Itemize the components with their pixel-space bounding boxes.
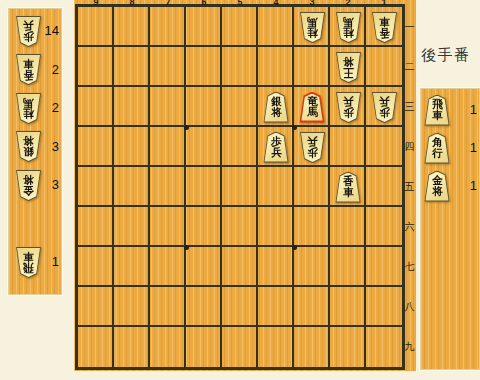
sente-hand-stand: 飛車1角行1金将1 <box>420 88 480 370</box>
board-square-99[interactable] <box>78 327 114 367</box>
file-label-8: 8 <box>114 0 150 7</box>
piece-sente-pawn[interactable]: 歩兵 <box>263 132 290 163</box>
piece-body: 歩兵 <box>299 132 326 163</box>
board-square-77[interactable] <box>150 247 186 287</box>
piece-face: 飛車 <box>16 248 41 277</box>
board-square-57[interactable] <box>222 247 258 287</box>
piece-kanji-top: 王 <box>343 67 354 78</box>
piece-body: 歩兵 <box>15 16 42 47</box>
piece-kanji-top: 歩 <box>379 107 390 118</box>
piece-face: 香車 <box>336 173 361 202</box>
piece-sente-silver[interactable]: 銀将 <box>263 92 290 123</box>
file-label-3: 3 <box>294 0 330 7</box>
piece-face: 角行 <box>425 134 450 163</box>
board-square-94[interactable] <box>78 127 114 167</box>
piece-body: 桂馬 <box>15 93 42 124</box>
board-square-68[interactable] <box>186 287 222 327</box>
board-square-59[interactable] <box>222 327 258 367</box>
board-square-96[interactable] <box>78 207 114 247</box>
board-square-12[interactable] <box>366 47 402 87</box>
gote-hand-stand: 歩兵14香車2桂馬2銀将3金将3飛車1 <box>8 8 62 295</box>
piece-sente-bishop[interactable]: 角行 <box>424 133 451 164</box>
shogi-app: 歩兵14香車2桂馬2銀将3金将3飛車1 後手番 飛車1角行1金将1 987654… <box>0 0 480 380</box>
piece-face: 桂馬 <box>336 13 361 42</box>
sente-hand-count-gold: 1 <box>457 178 477 193</box>
file-label-4: 4 <box>258 0 294 7</box>
piece-body: 竜馬 <box>299 92 326 123</box>
file-label-9: 9 <box>78 0 114 7</box>
board-square-87[interactable] <box>114 247 150 287</box>
board-square-51[interactable] <box>222 7 258 47</box>
piece-kanji-top: 金 <box>23 185 34 196</box>
piece-gote-pawn[interactable]: 歩兵 <box>335 92 362 123</box>
board-square-82[interactable] <box>114 47 150 87</box>
piece-face: 歩兵 <box>264 133 289 162</box>
board-square-49[interactable] <box>258 327 294 367</box>
board-square-74[interactable] <box>150 127 186 167</box>
file-label-2: 2 <box>330 0 366 7</box>
piece-body: 銀将 <box>15 131 42 162</box>
piece-kanji-top: 桂 <box>23 108 34 119</box>
board-square-18[interactable] <box>366 287 402 327</box>
gote-hand-count-lance: 2 <box>39 62 59 77</box>
board-square-62[interactable] <box>186 47 222 87</box>
piece-sente-rook[interactable]: 飛車 <box>424 95 451 126</box>
piece-face: 香車 <box>372 13 397 42</box>
rank-label-9: 九 <box>403 327 416 367</box>
board-square-52[interactable] <box>222 47 258 87</box>
board-square-69[interactable] <box>186 327 222 367</box>
board-square-37[interactable] <box>294 247 330 287</box>
board-square-19[interactable] <box>366 327 402 367</box>
piece-kanji-bottom: 将 <box>23 174 34 185</box>
piece-face: 桂馬 <box>300 13 325 42</box>
piece-face: 歩兵 <box>16 17 41 46</box>
board-square-64[interactable] <box>186 127 222 167</box>
rank-label-3: 三 <box>403 87 416 127</box>
board-square-71[interactable] <box>150 7 186 47</box>
board-square-73[interactable] <box>150 87 186 127</box>
board-square-48[interactable] <box>258 287 294 327</box>
piece-body: 歩兵 <box>263 132 290 163</box>
board-square-35[interactable] <box>294 167 330 207</box>
piece-gote-silver[interactable]: 銀将 <box>15 131 42 162</box>
piece-body: 桂馬 <box>299 12 326 43</box>
board-square-47[interactable] <box>258 247 294 287</box>
piece-kanji-top: 香 <box>379 27 390 38</box>
board-square-14[interactable] <box>366 127 402 167</box>
board-square-84[interactable] <box>114 127 150 167</box>
board-square-78[interactable] <box>150 287 186 327</box>
piece-kanji-top: 飛 <box>23 262 34 273</box>
piece-body: 金将 <box>424 171 451 202</box>
board-square-42[interactable] <box>258 47 294 87</box>
piece-body: 銀将 <box>263 92 290 123</box>
piece-face: 竜馬 <box>301 94 324 121</box>
piece-gote-rook[interactable]: 飛車 <box>15 247 42 278</box>
piece-kanji-bottom: 車 <box>432 110 443 121</box>
piece-kanji-bottom: 馬 <box>343 16 354 27</box>
board-square-75[interactable] <box>150 167 186 207</box>
board-square-53[interactable] <box>222 87 258 127</box>
board-square-67[interactable] <box>186 247 222 287</box>
board-square-98[interactable] <box>78 287 114 327</box>
star-point <box>184 125 189 130</box>
board-square-38[interactable] <box>294 287 330 327</box>
board-square-36[interactable] <box>294 207 330 247</box>
piece-sente-gold[interactable]: 金将 <box>424 171 451 202</box>
piece-face: 金将 <box>16 171 41 200</box>
piece-body: 角行 <box>424 133 451 164</box>
piece-kanji-bottom: 兵 <box>307 136 318 147</box>
piece-gote-knight[interactable]: 桂馬 <box>299 12 326 43</box>
piece-gote-pawn[interactable]: 歩兵 <box>15 16 42 47</box>
turn-indicator-label: 後手番 <box>421 46 479 65</box>
piece-body: 飛車 <box>15 247 42 278</box>
star-point <box>292 125 297 130</box>
piece-face: 飛車 <box>425 96 450 125</box>
board-square-17[interactable] <box>366 247 402 287</box>
board-square-93[interactable] <box>78 87 114 127</box>
board-square-15[interactable] <box>366 167 402 207</box>
sente-hand-count-bishop: 1 <box>457 140 477 155</box>
board-square-28[interactable] <box>330 287 366 327</box>
piece-face: 桂馬 <box>16 94 41 123</box>
piece-kanji-bottom: 行 <box>432 148 443 159</box>
board-square-55[interactable] <box>222 167 258 207</box>
piece-face: 歩兵 <box>300 133 325 162</box>
board-square-26[interactable] <box>330 207 366 247</box>
rank-label-8: 八 <box>403 287 416 327</box>
board-square-72[interactable] <box>150 47 186 87</box>
board-square-97[interactable] <box>78 247 114 287</box>
gote-hand-count-rook: 1 <box>39 254 59 269</box>
piece-kanji-bottom: 将 <box>271 107 282 118</box>
board-square-46[interactable] <box>258 207 294 247</box>
piece-kanji-top: 香 <box>23 70 34 81</box>
piece-face: 歩兵 <box>336 93 361 122</box>
piece-kanji-bottom: 兵 <box>23 20 34 31</box>
gote-hand-count-pawn: 14 <box>39 23 59 38</box>
piece-body: 歩兵 <box>371 92 398 123</box>
board-square-66[interactable] <box>186 207 222 247</box>
board-square-95[interactable] <box>78 167 114 207</box>
board-square-89[interactable] <box>114 327 150 367</box>
piece-kanji-top: 銀 <box>23 147 34 158</box>
board-square-86[interactable] <box>114 207 150 247</box>
piece-kanji-top: 歩 <box>307 147 318 158</box>
board-square-39[interactable] <box>294 327 330 367</box>
board-square-41[interactable] <box>258 7 294 47</box>
piece-kanji-bottom: 将 <box>432 186 443 197</box>
board-square-24[interactable] <box>330 127 366 167</box>
file-label-5: 5 <box>222 0 258 7</box>
board-square-65[interactable] <box>186 167 222 207</box>
rank-label-7: 七 <box>403 247 416 287</box>
board-square-56[interactable] <box>222 207 258 247</box>
piece-face: 王将 <box>336 53 361 82</box>
gote-hand-count-gold: 3 <box>39 177 59 192</box>
board-square-92[interactable] <box>78 47 114 87</box>
piece-kanji-bottom: 車 <box>379 16 390 27</box>
piece-face: 香車 <box>16 55 41 84</box>
piece-body: 香車 <box>335 172 362 203</box>
star-point <box>292 245 297 250</box>
rank-label-5: 五 <box>403 167 416 207</box>
sente-hand-count-rook: 1 <box>457 102 477 117</box>
file-label-6: 6 <box>186 0 222 7</box>
board-square-58[interactable] <box>222 287 258 327</box>
piece-body: 歩兵 <box>335 92 362 123</box>
board-square-85[interactable] <box>114 167 150 207</box>
piece-gote-pawn[interactable]: 歩兵 <box>299 132 326 163</box>
board-square-83[interactable] <box>114 87 150 127</box>
piece-body: 桂馬 <box>335 12 362 43</box>
piece-gote-knight[interactable]: 桂馬 <box>335 12 362 43</box>
piece-face: 銀将 <box>16 132 41 161</box>
piece-kanji-bottom: 将 <box>23 136 34 147</box>
board-square-27[interactable] <box>330 247 366 287</box>
piece-sente-promoted-bishop[interactable]: 竜馬 <box>299 92 326 123</box>
piece-kanji-bottom: 馬 <box>23 97 34 108</box>
piece-kanji-bottom: 将 <box>343 56 354 67</box>
piece-kanji-bottom: 車 <box>23 251 34 262</box>
gote-hand-count-silver: 3 <box>39 139 59 154</box>
piece-sente-lance[interactable]: 香車 <box>335 172 362 203</box>
piece-kanji-bottom: 兵 <box>379 96 390 107</box>
file-label-7: 7 <box>150 0 186 7</box>
piece-kanji-bottom: 車 <box>23 59 34 70</box>
piece-gote-knight[interactable]: 桂馬 <box>15 93 42 124</box>
piece-body: 香車 <box>371 12 398 43</box>
piece-kanji-bottom: 馬 <box>307 107 318 118</box>
board-square-76[interactable] <box>150 207 186 247</box>
piece-kanji-bottom: 兵 <box>271 147 282 158</box>
piece-kanji-bottom: 車 <box>343 187 354 198</box>
piece-body: 香車 <box>15 54 42 85</box>
piece-body: 飛車 <box>424 95 451 126</box>
piece-gote-lance[interactable]: 香車 <box>371 12 398 43</box>
piece-kanji-bottom: 馬 <box>307 16 318 27</box>
piece-gote-gold[interactable]: 金将 <box>15 170 42 201</box>
star-point <box>184 245 189 250</box>
board-square-16[interactable] <box>366 207 402 247</box>
piece-body: 金将 <box>15 170 42 201</box>
gote-hand-count-knight: 2 <box>39 100 59 115</box>
board-square-91[interactable] <box>78 7 114 47</box>
piece-kanji-top: 歩 <box>343 107 354 118</box>
rank-label-6: 六 <box>403 207 416 247</box>
rank-label-4: 四 <box>403 127 416 167</box>
rank-label-2: 二 <box>403 47 416 87</box>
board-square-61[interactable] <box>186 7 222 47</box>
file-label-1: 1 <box>366 0 402 7</box>
board-square-88[interactable] <box>114 287 150 327</box>
piece-kanji-bottom: 兵 <box>343 96 354 107</box>
piece-body: 王将 <box>335 52 362 83</box>
board-square-29[interactable] <box>330 327 366 367</box>
piece-kanji-top: 桂 <box>307 27 318 38</box>
board-square-32[interactable] <box>294 47 330 87</box>
piece-face: 銀将 <box>264 93 289 122</box>
board-square-63[interactable] <box>186 87 222 127</box>
piece-gote-lance[interactable]: 香車 <box>15 54 42 85</box>
board-square-45[interactable] <box>258 167 294 207</box>
rank-label-1: 一 <box>403 7 416 47</box>
piece-face: 歩兵 <box>372 93 397 122</box>
piece-kanji-top: 歩 <box>23 31 34 42</box>
board-square-79[interactable] <box>150 327 186 367</box>
piece-face: 金将 <box>425 172 450 201</box>
piece-kanji-top: 桂 <box>343 27 354 38</box>
piece-gote-pawn[interactable]: 歩兵 <box>371 92 398 123</box>
board-square-54[interactable] <box>222 127 258 167</box>
piece-gote-king[interactable]: 王将 <box>335 52 362 83</box>
board-square-81[interactable] <box>114 7 150 47</box>
